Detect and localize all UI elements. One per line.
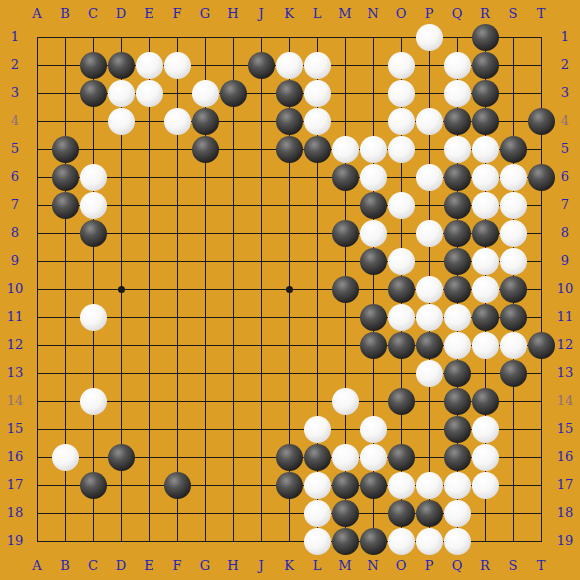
column-label-bottom: M [334,558,356,574]
column-label-bottom: L [306,558,328,574]
stone-black[interactable] [388,276,415,303]
stone-white[interactable] [444,332,471,359]
stone-black[interactable] [528,108,555,135]
stone-black[interactable] [360,332,387,359]
row-label-right: 14 [552,393,578,409]
column-label-top: F [166,6,188,22]
stone-black[interactable] [444,164,471,191]
stone-black[interactable] [52,136,79,163]
stone-white[interactable] [332,444,359,471]
stone-black[interactable] [332,528,359,555]
stone-black[interactable] [108,52,135,79]
stone-white[interactable] [388,248,415,275]
column-label-bottom: H [222,558,244,574]
row-label-right: 6 [552,169,578,185]
row-label-right: 15 [552,421,578,437]
stone-black[interactable] [332,164,359,191]
stone-white[interactable] [416,528,443,555]
column-label-top: O [390,6,412,22]
stone-white[interactable] [444,136,471,163]
stone-white[interactable] [360,220,387,247]
stone-black[interactable] [388,444,415,471]
stone-black[interactable] [332,276,359,303]
stone-black[interactable] [388,388,415,415]
column-label-top: D [110,6,132,22]
row-label-left: 16 [2,449,28,465]
stone-white[interactable] [360,444,387,471]
column-label-bottom: G [194,558,216,574]
row-label-right: 7 [552,197,578,213]
stone-black[interactable] [52,192,79,219]
stone-white[interactable] [472,164,499,191]
stone-black[interactable] [444,360,471,387]
row-label-right: 12 [552,337,578,353]
stone-white[interactable] [388,80,415,107]
stone-white[interactable] [416,304,443,331]
stone-white[interactable] [472,192,499,219]
row-label-right: 16 [552,449,578,465]
stone-white[interactable] [136,80,163,107]
column-label-bottom: K [278,558,300,574]
stone-black[interactable] [444,108,471,135]
row-label-left: 7 [2,197,28,213]
stone-black[interactable] [444,416,471,443]
row-label-right: 9 [552,253,578,269]
row-label-left: 15 [2,421,28,437]
stone-white[interactable] [388,528,415,555]
stone-white[interactable] [304,108,331,135]
stone-white[interactable] [444,528,471,555]
column-label-bottom: P [418,558,440,574]
stone-white[interactable] [500,164,527,191]
stone-white[interactable] [388,136,415,163]
row-label-right: 1 [552,29,578,45]
column-label-bottom: E [138,558,160,574]
row-label-right: 3 [552,85,578,101]
stone-white[interactable] [360,164,387,191]
stone-white[interactable] [164,108,191,135]
stone-black[interactable] [276,108,303,135]
stone-white[interactable] [472,444,499,471]
row-label-left: 12 [2,337,28,353]
stone-white[interactable] [472,276,499,303]
stone-white[interactable] [108,80,135,107]
stone-white[interactable] [164,52,191,79]
column-label-top: A [26,6,48,22]
stone-white[interactable] [472,416,499,443]
stone-black[interactable] [80,220,107,247]
column-label-bottom: F [166,558,188,574]
row-label-left: 5 [2,141,28,157]
row-label-left: 8 [2,225,28,241]
stone-white[interactable] [388,304,415,331]
stone-white[interactable] [80,192,107,219]
stone-black[interactable] [220,80,247,107]
stone-black[interactable] [416,500,443,527]
stone-black[interactable] [360,248,387,275]
stone-white[interactable] [388,108,415,135]
column-label-bottom: Q [446,558,468,574]
stone-white[interactable] [360,136,387,163]
row-label-right: 17 [552,477,578,493]
stone-black[interactable] [388,500,415,527]
stone-black[interactable] [304,444,331,471]
stone-black[interactable] [444,276,471,303]
stone-black[interactable] [444,192,471,219]
column-label-bottom: A [26,558,48,574]
column-label-top: N [362,6,384,22]
stone-white[interactable] [444,304,471,331]
stone-white[interactable] [472,136,499,163]
stone-black[interactable] [80,52,107,79]
column-label-top: B [54,6,76,22]
stone-black[interactable] [472,52,499,79]
column-label-top: Q [446,6,468,22]
column-label-top: T [530,6,552,22]
row-label-right: 13 [552,365,578,381]
stone-black[interactable] [444,444,471,471]
stone-white[interactable] [80,388,107,415]
stone-white[interactable] [192,80,219,107]
row-label-right: 2 [552,57,578,73]
row-label-right: 11 [552,309,578,325]
row-label-left: 2 [2,57,28,73]
column-label-top: S [502,6,524,22]
row-label-left: 6 [2,169,28,185]
stone-black[interactable] [276,80,303,107]
go-board[interactable]: AABBCCDDEEFFGGHHJJKKLLMMNNOOPPQQRRSSTT11… [0,0,580,580]
stone-white[interactable] [108,108,135,135]
stone-white[interactable] [304,528,331,555]
stone-white[interactable] [416,164,443,191]
column-label-bottom: C [82,558,104,574]
stone-black[interactable] [304,136,331,163]
stone-white[interactable] [304,80,331,107]
stone-white[interactable] [388,192,415,219]
stone-black[interactable] [80,472,107,499]
stone-white[interactable] [416,108,443,135]
stone-black[interactable] [500,276,527,303]
stone-black[interactable] [472,304,499,331]
stone-black[interactable] [444,220,471,247]
stone-black[interactable] [388,332,415,359]
stone-white[interactable] [304,52,331,79]
row-label-right: 4 [552,113,578,129]
stone-black[interactable] [500,304,527,331]
column-label-top: K [278,6,300,22]
stone-black[interactable] [276,136,303,163]
stone-white[interactable] [472,248,499,275]
stone-black[interactable] [192,108,219,135]
stone-black[interactable] [332,220,359,247]
column-label-top: C [82,6,104,22]
stone-white[interactable] [472,332,499,359]
stone-white[interactable] [472,472,499,499]
stone-black[interactable] [472,108,499,135]
column-label-bottom: R [474,558,496,574]
column-label-bottom: J [250,558,272,574]
column-label-bottom: T [530,558,552,574]
stone-black[interactable] [472,80,499,107]
stone-black[interactable] [416,332,443,359]
stone-white[interactable] [500,248,527,275]
column-label-top: P [418,6,440,22]
row-label-left: 14 [2,393,28,409]
column-label-top: R [474,6,496,22]
stone-black[interactable] [276,472,303,499]
stone-black[interactable] [332,472,359,499]
stone-white[interactable] [416,276,443,303]
column-label-bottom: S [502,558,524,574]
column-label-top: E [138,6,160,22]
row-label-right: 8 [552,225,578,241]
row-label-right: 10 [552,281,578,297]
stone-white[interactable] [416,24,443,51]
stone-white[interactable] [444,52,471,79]
row-label-left: 9 [2,253,28,269]
row-label-left: 4 [2,113,28,129]
row-label-left: 1 [2,29,28,45]
stone-black[interactable] [276,444,303,471]
row-label-left: 10 [2,281,28,297]
stone-white[interactable] [360,416,387,443]
stone-white[interactable] [444,472,471,499]
stone-white[interactable] [444,500,471,527]
row-label-left: 3 [2,85,28,101]
stone-white[interactable] [136,52,163,79]
stone-white[interactable] [500,332,527,359]
stone-black[interactable] [248,52,275,79]
row-label-right: 5 [552,141,578,157]
stone-black[interactable] [472,220,499,247]
stone-black[interactable] [332,500,359,527]
stone-white[interactable] [304,472,331,499]
stone-white[interactable] [388,52,415,79]
row-label-left: 18 [2,505,28,521]
stone-white[interactable] [80,164,107,191]
column-label-top: L [306,6,328,22]
stone-white[interactable] [416,472,443,499]
stone-black[interactable] [360,192,387,219]
stone-white[interactable] [416,220,443,247]
stone-black[interactable] [360,472,387,499]
star-point [286,286,293,293]
stone-black[interactable] [360,304,387,331]
stone-black[interactable] [500,136,527,163]
stone-white[interactable] [388,472,415,499]
stone-black[interactable] [472,24,499,51]
stone-white[interactable] [500,220,527,247]
stone-white[interactable] [332,136,359,163]
stone-black[interactable] [164,472,191,499]
stone-white[interactable] [332,388,359,415]
stone-black[interactable] [80,80,107,107]
stone-black[interactable] [444,388,471,415]
stone-white[interactable] [416,360,443,387]
stone-black[interactable] [360,528,387,555]
column-label-bottom: D [110,558,132,574]
stone-white[interactable] [500,192,527,219]
column-label-top: G [194,6,216,22]
row-label-right: 18 [552,505,578,521]
column-label-bottom: O [390,558,412,574]
row-label-left: 17 [2,477,28,493]
stone-white[interactable] [444,80,471,107]
stone-white[interactable] [276,52,303,79]
row-label-left: 13 [2,365,28,381]
column-label-bottom: B [54,558,76,574]
stone-black[interactable] [528,164,555,191]
column-label-bottom: N [362,558,384,574]
stone-black[interactable] [192,136,219,163]
column-label-top: J [250,6,272,22]
column-label-top: H [222,6,244,22]
stone-black[interactable] [444,248,471,275]
stone-white[interactable] [304,500,331,527]
row-label-left: 19 [2,533,28,549]
stone-black[interactable] [472,388,499,415]
stone-white[interactable] [80,304,107,331]
row-label-left: 11 [2,309,28,325]
star-point [118,286,125,293]
column-label-top: M [334,6,356,22]
stone-white[interactable] [304,416,331,443]
row-label-right: 19 [552,533,578,549]
stone-white[interactable] [52,444,79,471]
stone-black[interactable] [528,332,555,359]
stone-black[interactable] [500,360,527,387]
stone-black[interactable] [108,444,135,471]
stone-black[interactable] [52,164,79,191]
